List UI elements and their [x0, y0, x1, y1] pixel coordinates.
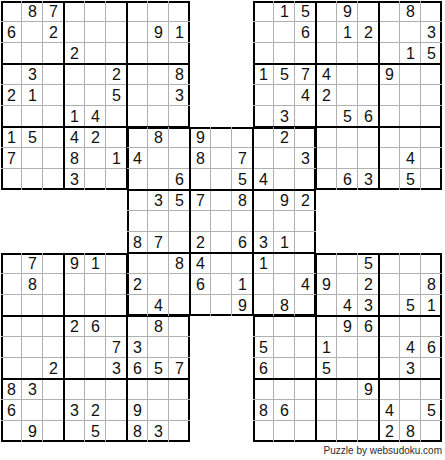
given-cell: 1 [274, 1, 295, 22]
empty-cell[interactable] [253, 211, 274, 232]
empty-cell[interactable] [211, 232, 232, 253]
empty-cell[interactable] [379, 274, 400, 295]
empty-cell[interactable] [211, 274, 232, 295]
given-cell: 5 [400, 295, 421, 316]
empty-cell[interactable] [358, 43, 379, 64]
empty-cell[interactable] [274, 274, 295, 295]
empty-cell[interactable] [148, 337, 169, 358]
empty-cell[interactable] [400, 64, 421, 85]
empty-cell[interactable] [85, 1, 106, 22]
given-cell: 8 [64, 148, 85, 169]
empty-cell[interactable] [400, 253, 421, 274]
empty-cell[interactable] [43, 295, 64, 316]
empty-cell[interactable] [253, 43, 274, 64]
empty-cell[interactable] [253, 379, 274, 400]
empty-cell[interactable] [43, 169, 64, 190]
given-cell: 9 [316, 274, 337, 295]
empty-cell[interactable] [106, 253, 127, 274]
empty-cell[interactable] [106, 316, 127, 337]
given-cell: 9 [127, 400, 148, 421]
empty-cell[interactable] [337, 274, 358, 295]
empty-cell[interactable] [274, 148, 295, 169]
empty-cell[interactable] [1, 64, 22, 85]
empty-cell[interactable] [232, 253, 253, 274]
given-cell: 7 [232, 148, 253, 169]
empty-cell[interactable] [43, 127, 64, 148]
empty-cell[interactable] [148, 64, 169, 85]
empty-cell[interactable] [85, 358, 106, 379]
empty-cell[interactable] [316, 400, 337, 421]
empty-cell[interactable] [316, 253, 337, 274]
given-cell: 6 [169, 169, 190, 190]
empty-cell[interactable] [337, 148, 358, 169]
empty-cell[interactable] [106, 43, 127, 64]
given-cell: 8 [22, 1, 43, 22]
given-cell: 6 [127, 358, 148, 379]
empty-cell[interactable] [127, 106, 148, 127]
empty-cell[interactable] [1, 295, 22, 316]
given-cell: 2 [190, 232, 211, 253]
given-cell: 9 [379, 64, 400, 85]
empty-cell[interactable] [127, 253, 148, 274]
empty-cell[interactable] [64, 274, 85, 295]
empty-cell[interactable] [274, 211, 295, 232]
empty-cell[interactable] [379, 337, 400, 358]
empty-cell[interactable] [127, 379, 148, 400]
empty-cell[interactable] [316, 295, 337, 316]
box-divider-vertical [63, 253, 65, 442]
empty-cell[interactable] [106, 1, 127, 22]
empty-cell[interactable] [43, 64, 64, 85]
empty-cell[interactable] [1, 106, 22, 127]
empty-cell[interactable] [232, 127, 253, 148]
empty-cell[interactable] [421, 253, 442, 274]
given-cell: 3 [127, 337, 148, 358]
empty-cell[interactable] [316, 1, 337, 22]
given-cell: 3 [358, 295, 379, 316]
given-cell: 5 [421, 43, 442, 64]
given-cell: 5 [148, 358, 169, 379]
empty-cell[interactable] [379, 253, 400, 274]
empty-cell[interactable] [127, 85, 148, 106]
given-cell: 1 [253, 64, 274, 85]
empty-cell[interactable] [64, 358, 85, 379]
empty-cell[interactable] [274, 169, 295, 190]
given-cell: 3 [106, 358, 127, 379]
empty-cell[interactable] [337, 43, 358, 64]
empty-cell[interactable] [85, 169, 106, 190]
given-cell: 9 [232, 295, 253, 316]
empty-cell[interactable] [232, 211, 253, 232]
empty-cell[interactable] [379, 85, 400, 106]
box-divider-vertical [378, 1, 380, 190]
given-cell: 8 [232, 190, 253, 211]
empty-cell[interactable] [127, 1, 148, 22]
empty-cell[interactable] [64, 22, 85, 43]
empty-cell[interactable] [274, 421, 295, 442]
box-divider-vertical [378, 253, 380, 442]
empty-cell[interactable] [358, 421, 379, 442]
empty-cell[interactable] [358, 64, 379, 85]
empty-cell[interactable] [43, 379, 64, 400]
box-divider-horizontal [1, 378, 190, 380]
empty-cell[interactable] [358, 400, 379, 421]
empty-cell[interactable] [253, 316, 274, 337]
empty-cell[interactable] [421, 127, 442, 148]
empty-cell[interactable] [64, 421, 85, 442]
empty-cell[interactable] [274, 22, 295, 43]
empty-cell[interactable] [421, 316, 442, 337]
empty-cell[interactable] [127, 22, 148, 43]
empty-cell[interactable] [295, 127, 316, 148]
empty-cell[interactable] [1, 358, 22, 379]
empty-cell[interactable] [169, 106, 190, 127]
empty-cell[interactable] [64, 1, 85, 22]
given-cell: 6 [85, 316, 106, 337]
empty-cell[interactable] [421, 1, 442, 22]
empty-cell[interactable] [64, 337, 85, 358]
empty-cell[interactable] [421, 169, 442, 190]
empty-cell[interactable] [169, 295, 190, 316]
empty-cell[interactable] [22, 22, 43, 43]
given-cell: 5 [106, 85, 127, 106]
empty-cell[interactable] [148, 379, 169, 400]
empty-cell[interactable] [400, 22, 421, 43]
empty-cell[interactable] [358, 358, 379, 379]
given-cell: 3 [148, 190, 169, 211]
empty-cell[interactable] [295, 421, 316, 442]
empty-cell[interactable] [337, 421, 358, 442]
empty-cell[interactable] [1, 253, 22, 274]
empty-cell[interactable] [295, 169, 316, 190]
empty-cell[interactable] [169, 43, 190, 64]
empty-cell[interactable] [211, 295, 232, 316]
empty-cell[interactable] [211, 169, 232, 190]
given-cell: 1 [253, 253, 274, 274]
empty-cell[interactable] [295, 232, 316, 253]
empty-cell[interactable] [421, 106, 442, 127]
empty-cell[interactable] [169, 379, 190, 400]
empty-cell[interactable] [190, 169, 211, 190]
empty-cell[interactable] [421, 85, 442, 106]
empty-cell[interactable] [169, 127, 190, 148]
empty-cell[interactable] [169, 232, 190, 253]
given-cell: 4 [253, 169, 274, 190]
empty-cell[interactable] [148, 400, 169, 421]
empty-cell[interactable] [43, 274, 64, 295]
empty-cell[interactable] [190, 295, 211, 316]
empty-cell[interactable] [169, 274, 190, 295]
empty-cell[interactable] [421, 421, 442, 442]
empty-cell[interactable] [106, 22, 127, 43]
empty-cell[interactable] [316, 22, 337, 43]
empty-cell[interactable] [43, 316, 64, 337]
empty-cell[interactable] [43, 400, 64, 421]
empty-cell[interactable] [274, 85, 295, 106]
empty-cell[interactable] [85, 337, 106, 358]
empty-cell[interactable] [169, 421, 190, 442]
given-cell: 9 [358, 379, 379, 400]
empty-cell[interactable] [253, 274, 274, 295]
given-cell: 9 [274, 190, 295, 211]
empty-cell[interactable] [274, 379, 295, 400]
empty-cell[interactable] [127, 190, 148, 211]
empty-cell[interactable] [22, 400, 43, 421]
empty-cell[interactable] [400, 379, 421, 400]
empty-cell[interactable] [22, 316, 43, 337]
empty-cell[interactable] [316, 148, 337, 169]
empty-cell[interactable] [148, 106, 169, 127]
empty-cell[interactable] [379, 43, 400, 64]
empty-cell[interactable] [64, 295, 85, 316]
empty-cell[interactable] [85, 85, 106, 106]
empty-cell[interactable] [106, 400, 127, 421]
empty-cell[interactable] [379, 169, 400, 190]
empty-cell[interactable] [106, 106, 127, 127]
empty-cell[interactable] [127, 316, 148, 337]
empty-cell[interactable] [85, 148, 106, 169]
empty-cell[interactable] [295, 43, 316, 64]
empty-cell[interactable] [274, 253, 295, 274]
given-cell: 3 [64, 400, 85, 421]
empty-cell[interactable] [148, 1, 169, 22]
empty-cell[interactable] [337, 379, 358, 400]
empty-cell[interactable] [337, 85, 358, 106]
empty-cell[interactable] [148, 211, 169, 232]
empty-cell[interactable] [22, 358, 43, 379]
empty-cell[interactable] [358, 148, 379, 169]
empty-cell[interactable] [316, 421, 337, 442]
empty-cell[interactable] [421, 148, 442, 169]
empty-cell[interactable] [43, 85, 64, 106]
empty-cell[interactable] [379, 22, 400, 43]
given-cell: 4 [127, 148, 148, 169]
empty-cell[interactable] [85, 43, 106, 64]
empty-cell[interactable] [22, 106, 43, 127]
empty-cell[interactable] [295, 106, 316, 127]
empty-cell[interactable] [400, 400, 421, 421]
given-cell: 6 [337, 169, 358, 190]
empty-cell[interactable] [148, 274, 169, 295]
empty-cell[interactable] [253, 127, 274, 148]
empty-cell[interactable] [127, 169, 148, 190]
given-cell: 7 [295, 64, 316, 85]
empty-cell[interactable] [169, 148, 190, 169]
given-cell: 6 [1, 22, 22, 43]
empty-cell[interactable] [379, 127, 400, 148]
empty-cell[interactable] [148, 253, 169, 274]
given-cell: 4 [379, 400, 400, 421]
empty-cell[interactable] [211, 148, 232, 169]
empty-cell[interactable] [43, 337, 64, 358]
empty-cell[interactable] [253, 106, 274, 127]
empty-cell[interactable] [358, 1, 379, 22]
given-cell: 1 [1, 127, 22, 148]
given-cell: 2 [1, 85, 22, 106]
empty-cell[interactable] [85, 295, 106, 316]
empty-cell[interactable] [421, 64, 442, 85]
given-cell: 7 [43, 1, 64, 22]
given-cell: 5 [358, 253, 379, 274]
empty-cell[interactable] [106, 295, 127, 316]
empty-cell[interactable] [379, 379, 400, 400]
empty-cell[interactable] [169, 316, 190, 337]
empty-cell[interactable] [358, 337, 379, 358]
empty-cell[interactable] [85, 274, 106, 295]
empty-cell[interactable] [85, 64, 106, 85]
empty-cell[interactable] [316, 127, 337, 148]
empty-cell[interactable] [169, 400, 190, 421]
empty-cell[interactable] [1, 337, 22, 358]
empty-cell[interactable] [337, 127, 358, 148]
given-cell: 4 [295, 85, 316, 106]
empty-cell[interactable] [64, 64, 85, 85]
empty-cell[interactable] [295, 379, 316, 400]
empty-cell[interactable] [211, 253, 232, 274]
empty-cell[interactable] [1, 274, 22, 295]
empty-cell[interactable] [190, 211, 211, 232]
empty-cell[interactable] [337, 253, 358, 274]
empty-cell[interactable] [295, 211, 316, 232]
given-cell: 6 [1, 400, 22, 421]
empty-cell[interactable] [127, 127, 148, 148]
empty-cell[interactable] [1, 43, 22, 64]
given-cell: 9 [190, 127, 211, 148]
empty-cell[interactable] [379, 295, 400, 316]
empty-cell[interactable] [22, 295, 43, 316]
empty-cell[interactable] [337, 64, 358, 85]
given-cell: 6 [253, 358, 274, 379]
empty-cell[interactable] [64, 85, 85, 106]
empty-cell[interactable] [295, 316, 316, 337]
given-cell: 3 [295, 148, 316, 169]
empty-cell[interactable] [400, 127, 421, 148]
empty-cell[interactable] [253, 148, 274, 169]
empty-cell[interactable] [358, 85, 379, 106]
samurai-sudoku-page: 8762912328215314154287814361598612315157… [0, 0, 445, 460]
empty-cell[interactable] [1, 169, 22, 190]
empty-cell[interactable] [253, 85, 274, 106]
empty-cell[interactable] [148, 43, 169, 64]
empty-cell[interactable] [253, 421, 274, 442]
given-cell: 1 [22, 85, 43, 106]
empty-cell[interactable] [211, 211, 232, 232]
empty-cell[interactable] [295, 358, 316, 379]
given-cell: 3 [400, 358, 421, 379]
empty-cell[interactable] [85, 379, 106, 400]
empty-cell[interactable] [295, 295, 316, 316]
given-cell: 3 [421, 22, 442, 43]
empty-cell[interactable] [1, 316, 22, 337]
empty-cell[interactable] [64, 379, 85, 400]
empty-cell[interactable] [400, 85, 421, 106]
empty-cell[interactable] [400, 106, 421, 127]
empty-cell[interactable] [400, 316, 421, 337]
empty-cell[interactable] [22, 169, 43, 190]
empty-cell[interactable] [22, 43, 43, 64]
given-cell: 7 [148, 232, 169, 253]
empty-cell[interactable] [337, 400, 358, 421]
empty-cell[interactable] [274, 43, 295, 64]
empty-cell[interactable] [379, 316, 400, 337]
empty-cell[interactable] [316, 169, 337, 190]
empty-cell[interactable] [295, 253, 316, 274]
empty-cell[interactable] [274, 316, 295, 337]
empty-cell[interactable] [400, 274, 421, 295]
empty-cell[interactable] [43, 43, 64, 64]
empty-cell[interactable] [274, 358, 295, 379]
empty-cell[interactable] [379, 358, 400, 379]
empty-cell[interactable] [148, 169, 169, 190]
empty-cell[interactable] [169, 1, 190, 22]
empty-cell[interactable] [127, 43, 148, 64]
given-cell: 9 [22, 421, 43, 442]
empty-cell[interactable] [106, 127, 127, 148]
given-cell: 1 [400, 43, 421, 64]
empty-cell[interactable] [106, 421, 127, 442]
given-cell: 2 [358, 274, 379, 295]
empty-cell[interactable] [85, 22, 106, 43]
empty-cell[interactable] [379, 106, 400, 127]
given-cell: 9 [337, 316, 358, 337]
empty-cell[interactable] [1, 1, 22, 22]
empty-cell[interactable] [421, 379, 442, 400]
empty-cell[interactable] [148, 85, 169, 106]
empty-cell[interactable] [211, 190, 232, 211]
empty-cell[interactable] [22, 148, 43, 169]
empty-cell[interactable] [1, 421, 22, 442]
empty-cell[interactable] [316, 106, 337, 127]
empty-cell[interactable] [358, 127, 379, 148]
empty-cell[interactable] [106, 169, 127, 190]
empty-cell[interactable] [22, 337, 43, 358]
empty-cell[interactable] [316, 316, 337, 337]
empty-cell[interactable] [379, 148, 400, 169]
given-cell: 4 [400, 337, 421, 358]
given-cell: 1 [64, 106, 85, 127]
empty-cell[interactable] [295, 400, 316, 421]
empty-cell[interactable] [253, 295, 274, 316]
empty-cell[interactable] [148, 148, 169, 169]
given-cell: 2 [295, 190, 316, 211]
empty-cell[interactable] [169, 211, 190, 232]
empty-cell[interactable] [253, 190, 274, 211]
empty-cell[interactable] [379, 1, 400, 22]
empty-cell[interactable] [337, 358, 358, 379]
empty-cell[interactable] [421, 358, 442, 379]
empty-cell[interactable] [169, 337, 190, 358]
empty-cell[interactable] [127, 211, 148, 232]
empty-cell[interactable] [337, 337, 358, 358]
empty-cell[interactable] [106, 274, 127, 295]
empty-cell[interactable] [43, 148, 64, 169]
empty-cell[interactable] [43, 421, 64, 442]
empty-cell[interactable] [295, 337, 316, 358]
empty-cell[interactable] [211, 127, 232, 148]
empty-cell[interactable] [127, 295, 148, 316]
empty-cell[interactable] [106, 379, 127, 400]
empty-cell[interactable] [253, 22, 274, 43]
empty-cell[interactable] [274, 337, 295, 358]
box-divider-vertical [63, 1, 65, 190]
given-cell: 4 [316, 64, 337, 85]
empty-cell[interactable] [316, 43, 337, 64]
empty-cell[interactable] [316, 379, 337, 400]
empty-cell[interactable] [253, 1, 274, 22]
empty-cell[interactable] [43, 253, 64, 274]
empty-cell[interactable] [43, 106, 64, 127]
empty-cell[interactable] [127, 64, 148, 85]
